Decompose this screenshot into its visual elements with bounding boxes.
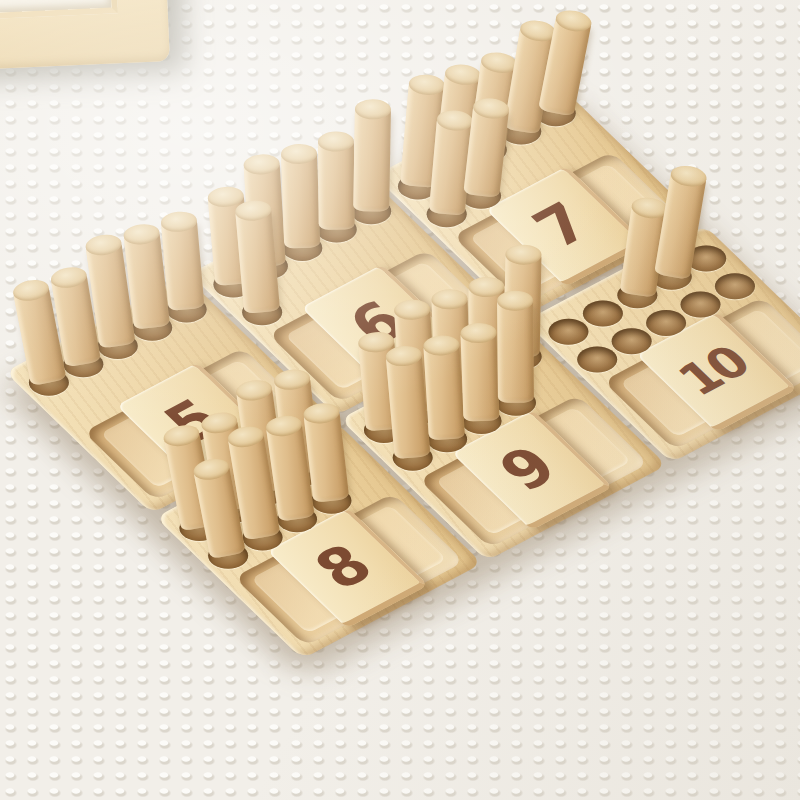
peg[interactable] (423, 344, 465, 440)
picture-frame (0, 0, 170, 71)
tile-number: 9 (488, 438, 568, 499)
tile-number: 10 (669, 339, 757, 401)
peg[interactable] (460, 332, 499, 421)
empty-hole[interactable] (681, 292, 721, 318)
peg[interactable] (497, 301, 534, 403)
empty-hole[interactable] (612, 328, 652, 354)
empty-hole[interactable] (583, 300, 623, 326)
frame-mat (0, 0, 118, 21)
empty-hole[interactable] (548, 319, 588, 345)
empty-hole[interactable] (715, 273, 755, 299)
empty-hole[interactable] (646, 310, 686, 336)
tile-number: 8 (304, 536, 384, 597)
peg[interactable] (281, 153, 320, 248)
peg[interactable] (161, 220, 205, 311)
peg[interactable] (353, 109, 391, 212)
peg[interactable] (318, 141, 355, 229)
empty-hole[interactable] (577, 347, 617, 373)
scene: { "game": "Montessori counting peg board… (0, 0, 800, 800)
